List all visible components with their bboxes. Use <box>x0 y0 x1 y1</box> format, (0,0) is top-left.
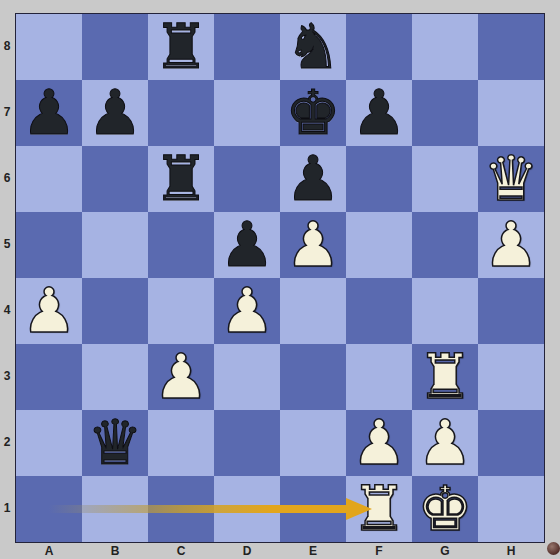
white-pawn-e5[interactable]: ♟ <box>280 212 346 278</box>
last-move-arrow-head-icon <box>346 498 372 520</box>
corner-dot-icon <box>547 542 560 555</box>
square-a8[interactable] <box>16 14 82 80</box>
square-e3[interactable] <box>280 344 346 410</box>
rank-label-7: 7 <box>0 79 14 145</box>
white-pawn-h5[interactable]: ♟ <box>478 212 544 278</box>
black-pawn-f7[interactable]: ♟ <box>346 80 412 146</box>
square-d3[interactable] <box>214 344 280 410</box>
square-c5[interactable] <box>148 212 214 278</box>
square-h4[interactable] <box>478 278 544 344</box>
square-a2[interactable] <box>16 410 82 476</box>
black-queen-b2[interactable]: ♛ <box>82 410 148 476</box>
square-h8[interactable] <box>478 14 544 80</box>
square-e2[interactable] <box>280 410 346 476</box>
square-a3[interactable] <box>16 344 82 410</box>
square-d7[interactable] <box>214 80 280 146</box>
square-b6[interactable] <box>82 146 148 212</box>
white-pawn-f2[interactable]: ♟ <box>346 410 412 476</box>
file-label-a: A <box>16 543 82 559</box>
square-b8[interactable] <box>82 14 148 80</box>
square-g4[interactable] <box>412 278 478 344</box>
rank-labels: 87654321 <box>0 13 15 541</box>
rank-label-2: 2 <box>0 409 14 475</box>
square-f5[interactable] <box>346 212 412 278</box>
black-king-e7[interactable]: ♚ <box>280 80 346 146</box>
white-pawn-a4[interactable]: ♟ <box>16 278 82 344</box>
square-f3[interactable] <box>346 344 412 410</box>
file-label-f: F <box>346 543 412 559</box>
square-d2[interactable] <box>214 410 280 476</box>
white-rook-g3[interactable]: ♜ <box>412 344 478 410</box>
black-rook-c8[interactable]: ♜ <box>148 14 214 80</box>
square-h3[interactable] <box>478 344 544 410</box>
square-f8[interactable] <box>346 14 412 80</box>
square-d8[interactable] <box>214 14 280 80</box>
rank-label-3: 3 <box>0 343 14 409</box>
square-d6[interactable] <box>214 146 280 212</box>
black-rook-c6[interactable]: ♜ <box>148 146 214 212</box>
square-b4[interactable] <box>82 278 148 344</box>
black-pawn-b7[interactable]: ♟ <box>82 80 148 146</box>
file-label-b: B <box>82 543 148 559</box>
square-c2[interactable] <box>148 410 214 476</box>
square-a6[interactable] <box>16 146 82 212</box>
square-g5[interactable] <box>412 212 478 278</box>
square-b5[interactable] <box>82 212 148 278</box>
white-pawn-d4[interactable]: ♟ <box>214 278 280 344</box>
square-a5[interactable] <box>16 212 82 278</box>
square-c7[interactable] <box>148 80 214 146</box>
rank-label-6: 6 <box>0 145 14 211</box>
rank-label-1: 1 <box>0 475 14 541</box>
file-label-h: H <box>478 543 544 559</box>
square-g7[interactable] <box>412 80 478 146</box>
square-b3[interactable] <box>82 344 148 410</box>
white-pawn-g2[interactable]: ♟ <box>412 410 478 476</box>
square-f4[interactable] <box>346 278 412 344</box>
square-h1[interactable] <box>478 476 544 542</box>
square-e4[interactable] <box>280 278 346 344</box>
black-pawn-d5[interactable]: ♟ <box>214 212 280 278</box>
square-c4[interactable] <box>148 278 214 344</box>
white-pawn-c3[interactable]: ♟ <box>148 344 214 410</box>
rank-label-4: 4 <box>0 277 14 343</box>
last-move-arrow-tail <box>49 505 346 513</box>
square-g6[interactable] <box>412 146 478 212</box>
file-label-c: C <box>148 543 214 559</box>
rank-label-8: 8 <box>0 13 14 79</box>
white-king-g1[interactable]: ♚ <box>412 476 478 542</box>
file-label-e: E <box>280 543 346 559</box>
square-f6[interactable] <box>346 146 412 212</box>
black-pawn-e6[interactable]: ♟ <box>280 146 346 212</box>
chess-app-stage: ♜♞♟♟♚♟♜♟♛♟♟♟♟♟♟♜♛♟♟♜♚ 87654321 ABCDEFGH <box>0 0 560 559</box>
square-h7[interactable] <box>478 80 544 146</box>
file-label-d: D <box>214 543 280 559</box>
file-label-g: G <box>412 543 478 559</box>
file-labels: ABCDEFGH <box>16 543 544 559</box>
black-pawn-a7[interactable]: ♟ <box>16 80 82 146</box>
square-h2[interactable] <box>478 410 544 476</box>
rank-label-5: 5 <box>0 211 14 277</box>
white-queen-h6[interactable]: ♛ <box>478 146 544 212</box>
black-knight-e8[interactable]: ♞ <box>280 14 346 80</box>
square-g8[interactable] <box>412 14 478 80</box>
